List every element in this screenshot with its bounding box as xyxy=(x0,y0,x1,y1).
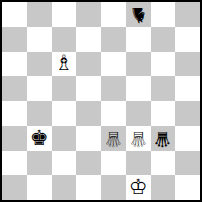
square-f2[interactable] xyxy=(126,151,151,176)
square-e6[interactable] xyxy=(101,52,126,77)
square-e2[interactable] xyxy=(101,151,126,176)
square-h2[interactable] xyxy=(175,151,200,176)
square-d4[interactable] xyxy=(76,101,101,126)
piece-white-king[interactable]: ♔ xyxy=(129,177,148,198)
square-h8[interactable] xyxy=(175,2,200,27)
square-c3[interactable] xyxy=(52,126,77,151)
square-a8[interactable] xyxy=(2,2,27,27)
square-b3[interactable]: ♚ xyxy=(27,126,52,151)
square-d7[interactable] xyxy=(76,27,101,52)
square-e8[interactable] xyxy=(101,2,126,27)
square-b5[interactable] xyxy=(27,76,52,101)
square-c1[interactable] xyxy=(52,175,77,200)
square-g1[interactable] xyxy=(151,175,176,200)
square-c2[interactable] xyxy=(52,151,77,176)
square-d3[interactable] xyxy=(76,126,101,151)
piece-black-grasshopper[interactable]: ♛ xyxy=(153,128,172,149)
square-a5[interactable] xyxy=(2,76,27,101)
square-h1[interactable] xyxy=(175,175,200,200)
square-e3[interactable]: ♕ xyxy=(101,126,126,151)
square-c6[interactable]: ♗ xyxy=(52,52,77,77)
square-d5[interactable] xyxy=(76,76,101,101)
square-f3[interactable]: ♕ xyxy=(126,126,151,151)
square-h6[interactable] xyxy=(175,52,200,77)
chess-board: ♞♗♚♕♕♛♔ xyxy=(2,2,200,200)
square-f8[interactable]: ♞ xyxy=(126,2,151,27)
square-d2[interactable] xyxy=(76,151,101,176)
square-b1[interactable] xyxy=(27,175,52,200)
square-f7[interactable] xyxy=(126,27,151,52)
square-h7[interactable] xyxy=(175,27,200,52)
square-e4[interactable] xyxy=(101,101,126,126)
square-f6[interactable] xyxy=(126,52,151,77)
piece-white-grasshopper[interactable]: ♕ xyxy=(104,128,123,149)
square-d1[interactable] xyxy=(76,175,101,200)
piece-white-grasshopper[interactable]: ♕ xyxy=(129,128,148,149)
square-h4[interactable] xyxy=(175,101,200,126)
piece-black-nightrider[interactable]: ♞ xyxy=(129,4,148,25)
square-b7[interactable] xyxy=(27,27,52,52)
square-e1[interactable] xyxy=(101,175,126,200)
square-f4[interactable] xyxy=(126,101,151,126)
square-d6[interactable] xyxy=(76,52,101,77)
piece-white-bishop[interactable]: ♗ xyxy=(54,53,73,74)
square-h5[interactable] xyxy=(175,76,200,101)
square-h3[interactable] xyxy=(175,126,200,151)
square-b8[interactable] xyxy=(27,2,52,27)
square-g3[interactable]: ♛ xyxy=(151,126,176,151)
square-a1[interactable] xyxy=(2,175,27,200)
square-a3[interactable] xyxy=(2,126,27,151)
square-g6[interactable] xyxy=(151,52,176,77)
square-a6[interactable] xyxy=(2,52,27,77)
square-a2[interactable] xyxy=(2,151,27,176)
piece-black-king[interactable]: ♚ xyxy=(30,128,49,149)
square-b2[interactable] xyxy=(27,151,52,176)
square-b4[interactable] xyxy=(27,101,52,126)
square-g7[interactable] xyxy=(151,27,176,52)
square-g5[interactable] xyxy=(151,76,176,101)
square-g4[interactable] xyxy=(151,101,176,126)
square-c4[interactable] xyxy=(52,101,77,126)
chess-diagram-page: ♞♗♚♕♕♛♔ xyxy=(0,0,202,202)
square-f5[interactable] xyxy=(126,76,151,101)
square-a4[interactable] xyxy=(2,101,27,126)
square-c8[interactable] xyxy=(52,2,77,27)
square-c5[interactable] xyxy=(52,76,77,101)
board-frame: ♞♗♚♕♕♛♔ xyxy=(0,0,202,202)
square-b6[interactable] xyxy=(27,52,52,77)
square-e5[interactable] xyxy=(101,76,126,101)
square-g8[interactable] xyxy=(151,2,176,27)
square-c7[interactable] xyxy=(52,27,77,52)
square-f1[interactable]: ♔ xyxy=(126,175,151,200)
square-g2[interactable] xyxy=(151,151,176,176)
square-d8[interactable] xyxy=(76,2,101,27)
square-e7[interactable] xyxy=(101,27,126,52)
square-a7[interactable] xyxy=(2,27,27,52)
